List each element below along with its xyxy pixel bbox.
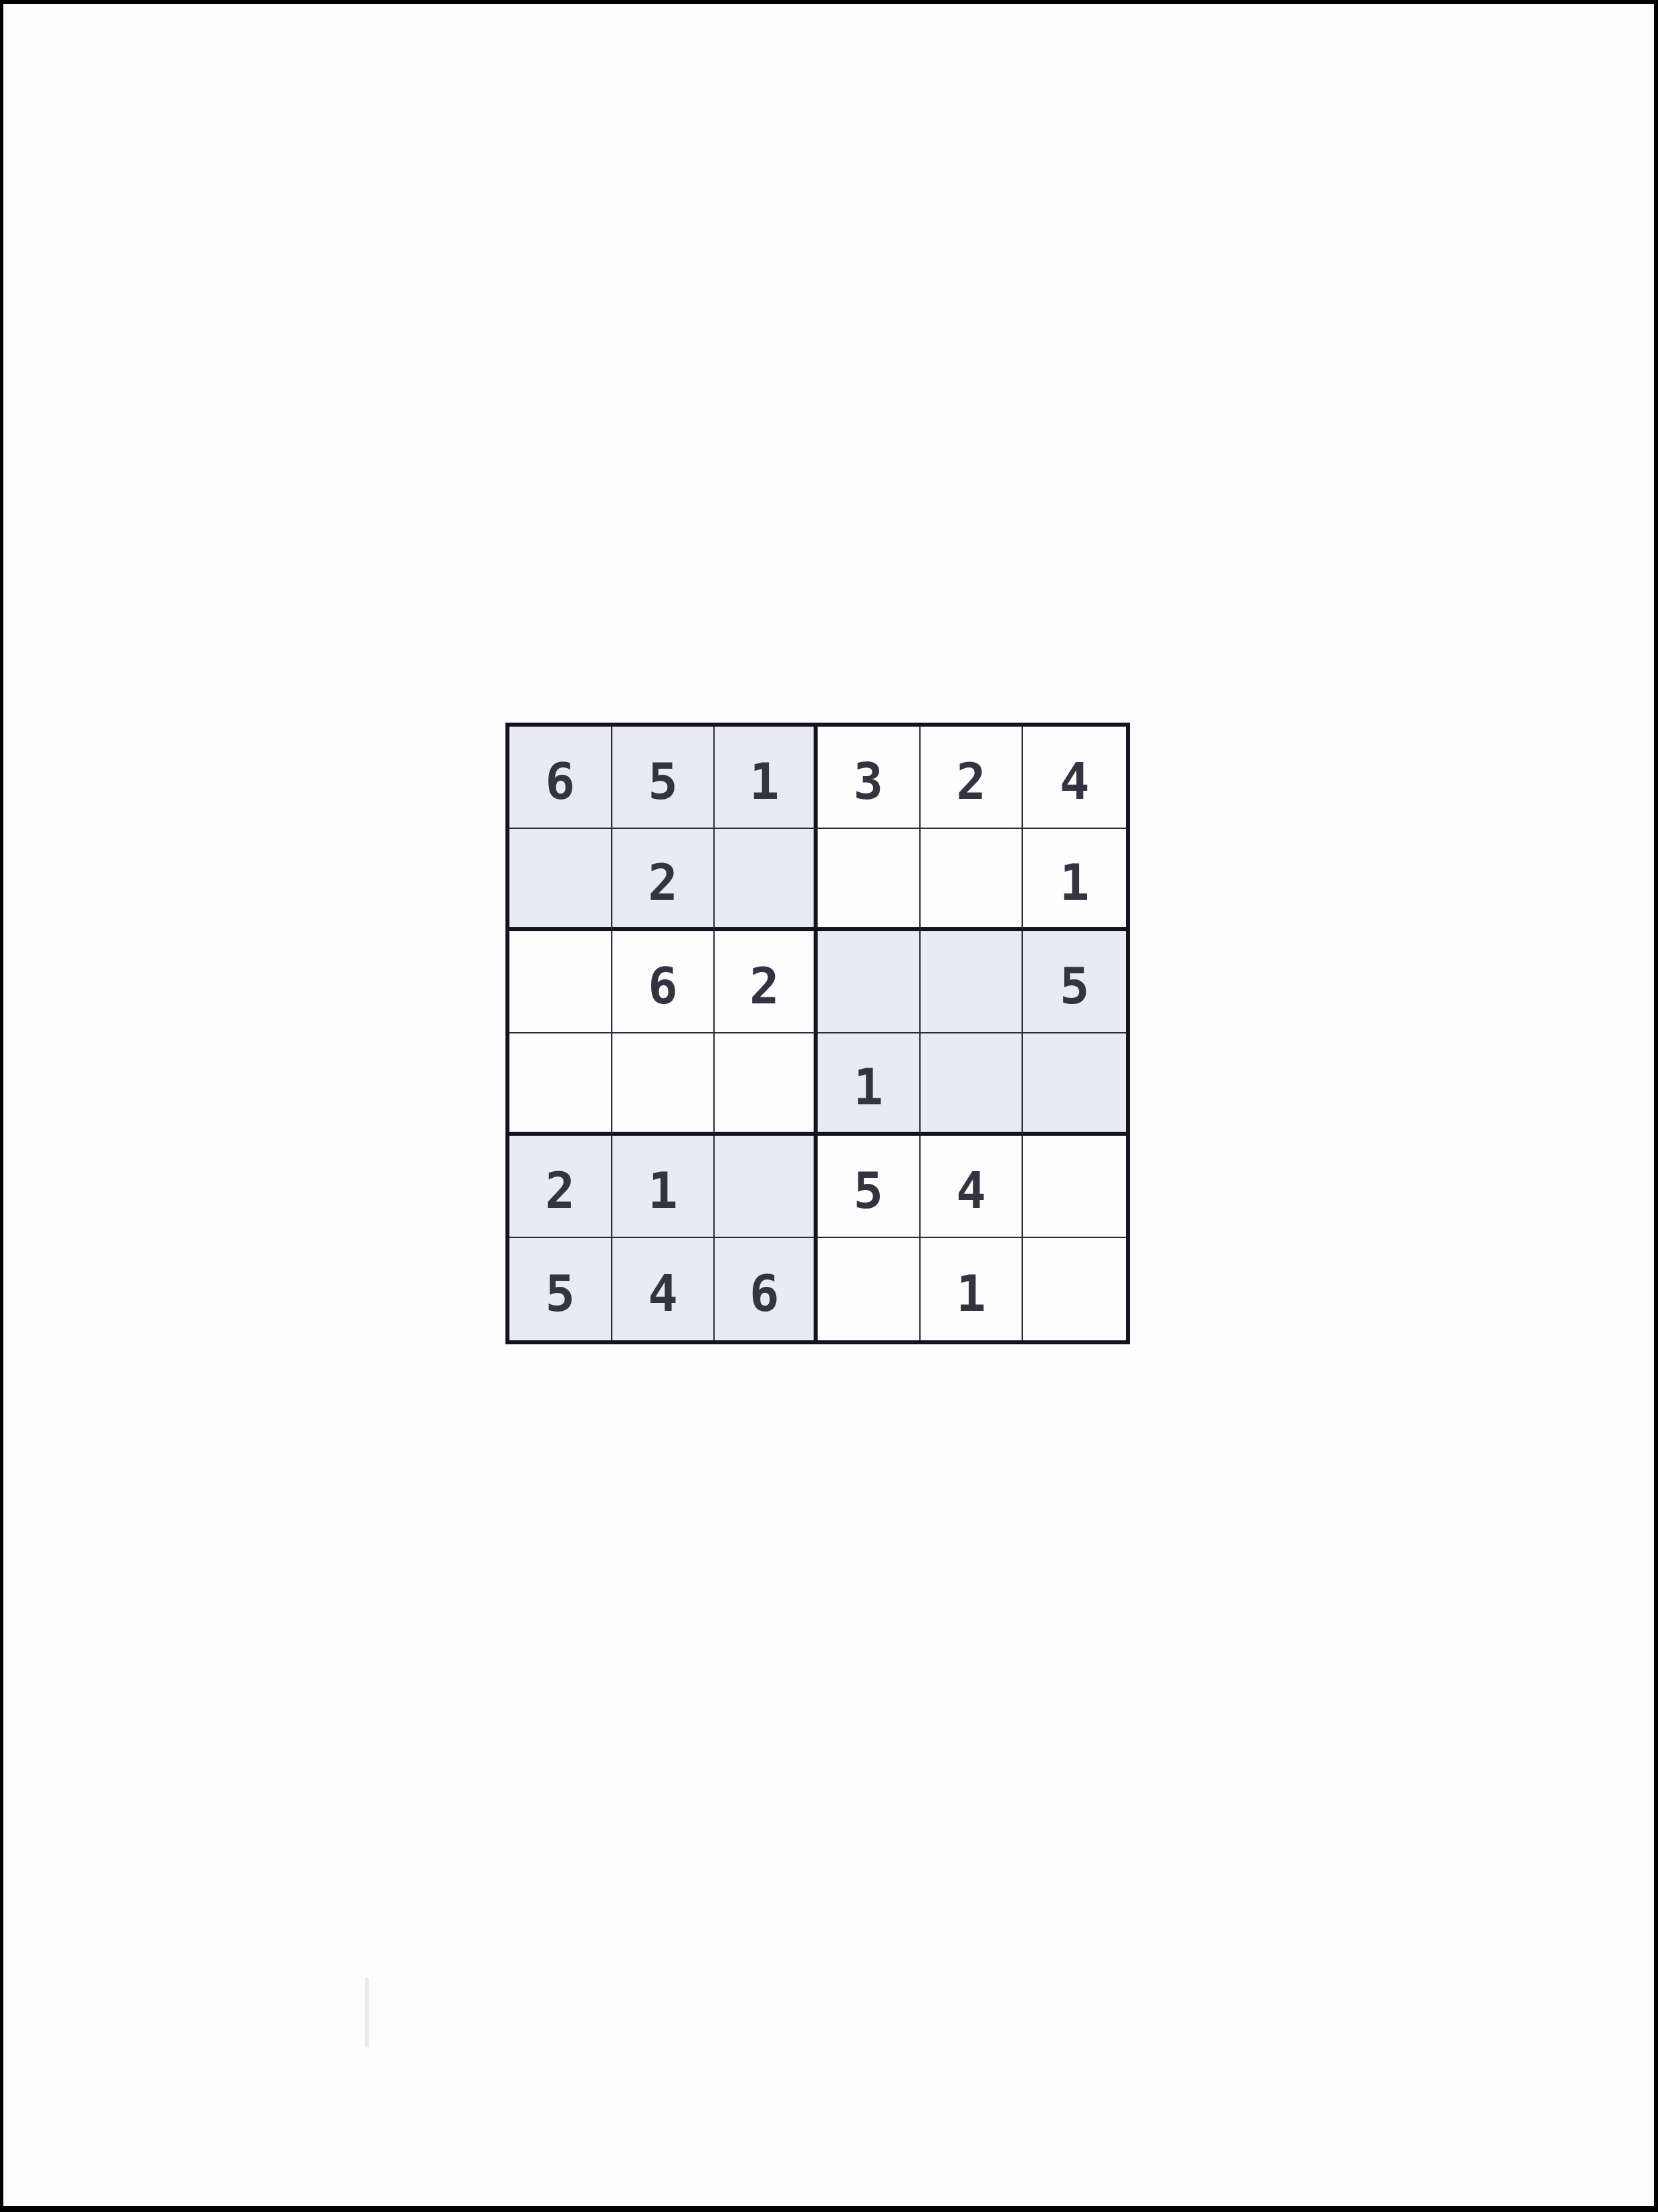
cell-r6c1[interactable]: 5 [509, 1238, 612, 1340]
given-digit: 2 [956, 757, 986, 806]
cell-r1c1[interactable]: 6 [509, 727, 612, 829]
cell-r3c4[interactable] [818, 931, 921, 1033]
given-digit: 2 [749, 961, 780, 1011]
cell-r5c5[interactable]: 4 [921, 1136, 1024, 1238]
given-digit: 6 [648, 961, 678, 1011]
cell-r5c2[interactable]: 1 [612, 1136, 715, 1238]
cell-r5c3[interactable] [715, 1136, 818, 1238]
cell-r4c4[interactable]: 1 [818, 1033, 921, 1136]
given-digit: 5 [546, 1269, 576, 1318]
given-digit: 2 [648, 858, 678, 907]
cell-r1c4[interactable]: 3 [818, 727, 921, 829]
cell-r3c3[interactable]: 2 [715, 931, 818, 1033]
given-digit: 4 [1060, 757, 1090, 806]
cell-r4c1[interactable] [509, 1033, 612, 1136]
cell-r6c2[interactable]: 4 [612, 1238, 715, 1340]
cell-r6c5[interactable]: 1 [921, 1238, 1024, 1340]
given-digit: 1 [749, 757, 780, 806]
cell-r5c1[interactable]: 2 [509, 1136, 612, 1238]
cell-r1c5[interactable]: 2 [921, 727, 1024, 829]
cell-r6c4[interactable] [818, 1238, 921, 1340]
cell-r3c5[interactable] [921, 931, 1024, 1033]
cell-r6c6[interactable] [1023, 1238, 1126, 1340]
cell-r1c3[interactable]: 1 [715, 727, 818, 829]
cell-r4c5[interactable] [921, 1033, 1024, 1136]
cell-r2c4[interactable] [818, 829, 921, 931]
given-digit: 5 [854, 1166, 884, 1215]
given-digit: 4 [648, 1269, 678, 1318]
cell-r3c6[interactable]: 5 [1023, 931, 1126, 1033]
cell-r2c2[interactable]: 2 [612, 829, 715, 931]
given-digit: 2 [546, 1166, 576, 1215]
given-digit: 5 [648, 757, 678, 806]
given-digit: 1 [956, 1269, 986, 1318]
cell-r2c1[interactable] [509, 829, 612, 931]
cell-r1c6[interactable]: 4 [1023, 727, 1126, 829]
cell-r5c6[interactable] [1023, 1136, 1126, 1238]
given-digit: 1 [1060, 858, 1090, 907]
given-digit: 3 [854, 757, 884, 806]
cell-r3c2[interactable]: 6 [612, 931, 715, 1033]
cell-r6c3[interactable]: 6 [715, 1238, 818, 1340]
cell-r3c1[interactable] [509, 931, 612, 1033]
given-digit: 6 [546, 757, 576, 806]
cell-r1c2[interactable]: 5 [612, 727, 715, 829]
given-digit: 6 [749, 1269, 780, 1318]
given-digit: 1 [854, 1062, 884, 1112]
scan-artifact-mark [365, 1977, 369, 2048]
given-digit: 4 [956, 1166, 986, 1215]
cell-r4c6[interactable] [1023, 1033, 1126, 1136]
given-digit: 5 [1060, 961, 1090, 1011]
given-digit: 1 [648, 1166, 678, 1215]
sudoku-board: 65132421625121545461 [505, 723, 1130, 1344]
cell-r5c4[interactable]: 5 [818, 1136, 921, 1238]
cell-r2c6[interactable]: 1 [1023, 829, 1126, 931]
scanned-page: 65132421625121545461 [0, 0, 1658, 2212]
cell-r2c5[interactable] [921, 829, 1024, 931]
cell-r4c2[interactable] [612, 1033, 715, 1136]
cell-r2c3[interactable] [715, 829, 818, 931]
cell-r4c3[interactable] [715, 1033, 818, 1136]
